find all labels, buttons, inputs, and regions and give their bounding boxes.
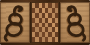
chessboard xyxy=(31,0,59,45)
board-square xyxy=(55,32,58,37)
snake-carving-icon xyxy=(1,3,29,42)
board-square xyxy=(45,37,48,42)
board-square xyxy=(55,8,58,13)
case-bottom-edge xyxy=(0,43,90,45)
right-wing-panel xyxy=(59,2,90,43)
chessboard-grid xyxy=(32,3,58,42)
left-wing-panel xyxy=(0,2,31,43)
case-top-edge xyxy=(0,0,90,2)
product-photo xyxy=(0,0,90,45)
snake-carving-icon xyxy=(61,3,89,42)
backgammon-case xyxy=(0,0,90,45)
